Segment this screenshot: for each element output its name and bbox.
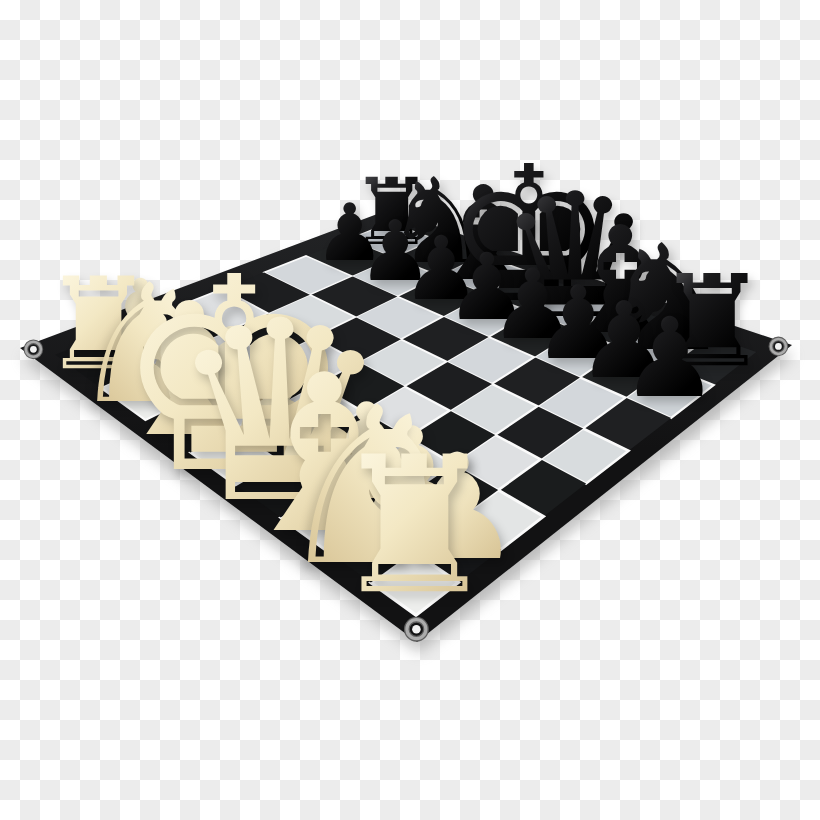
piece-black-pawn-a7: ♟: [620, 304, 718, 414]
product-photo-canvas: ♜♞♟♝♟♚♟♛♟♝♟♞♟♟♜♜♟♟♟♞♟♝♟♚♟♛♟♝♟♟♞♜: [0, 0, 820, 820]
grommet-left: [26, 342, 41, 357]
grommet-right: [771, 339, 786, 354]
piece-white-rook-a1: ♜: [330, 432, 499, 621]
